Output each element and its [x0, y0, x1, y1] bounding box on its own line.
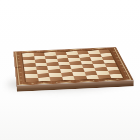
chessboard: abcdefgh abcdefgh 87654321 87654321 — [13, 47, 133, 86]
coordinate-label: 5 — [16, 64, 23, 68]
square-g1 — [97, 74, 111, 78]
square-e3 — [71, 68, 84, 72]
coordinate-label: 7 — [15, 57, 22, 61]
board-field — [22, 50, 123, 82]
square-g2 — [96, 71, 109, 75]
square-c5 — [46, 62, 58, 66]
coordinate-label: 8 — [15, 54, 22, 58]
square-h1 — [109, 74, 123, 78]
square-f1 — [85, 75, 98, 79]
square-d1 — [62, 76, 75, 80]
coordinate-label: 3 — [118, 66, 127, 70]
square-b1 — [38, 77, 51, 81]
board-frame: abcdefgh abcdefgh 87654321 87654321 — [13, 47, 133, 86]
square-a1 — [25, 78, 38, 82]
coordinate-label: 6 — [113, 56, 121, 60]
square-g3 — [94, 67, 107, 71]
square-h3 — [106, 67, 119, 71]
square-f2 — [84, 71, 97, 75]
coordinate-label: 1 — [17, 78, 25, 82]
square-f3 — [83, 68, 96, 72]
coordinate-label: 2 — [17, 74, 25, 78]
square-c1 — [50, 77, 63, 81]
coordinate-label: 7 — [112, 53, 120, 57]
coordinate-label: 4 — [117, 63, 126, 67]
square-d4 — [59, 65, 72, 69]
square-h2 — [107, 70, 120, 74]
square-e4 — [70, 65, 83, 69]
coordinate-label: 4 — [16, 67, 24, 71]
square-d2 — [60, 72, 73, 76]
square-b3 — [36, 70, 49, 74]
square-b4 — [36, 66, 48, 70]
square-e1 — [73, 75, 86, 79]
folding-chessboard-photo: abcdefgh abcdefgh 87654321 87654321 — [0, 0, 140, 140]
coordinate-label: 3 — [16, 71, 24, 75]
square-b5 — [35, 63, 47, 67]
square-c3 — [48, 69, 61, 73]
square-e2 — [72, 72, 85, 76]
coordinate-label: 1 — [122, 73, 131, 77]
square-b2 — [37, 73, 50, 77]
square-c4 — [47, 66, 59, 70]
square-d3 — [60, 69, 73, 73]
coordinate-label: 6 — [15, 60, 22, 64]
square-c2 — [49, 73, 62, 77]
square-a4 — [24, 67, 36, 71]
coordinate-label: 8 — [110, 50, 118, 53]
coordinate-label: 2 — [120, 70, 129, 74]
square-a5 — [24, 63, 36, 67]
square-a2 — [25, 74, 38, 78]
square-a3 — [24, 70, 36, 74]
